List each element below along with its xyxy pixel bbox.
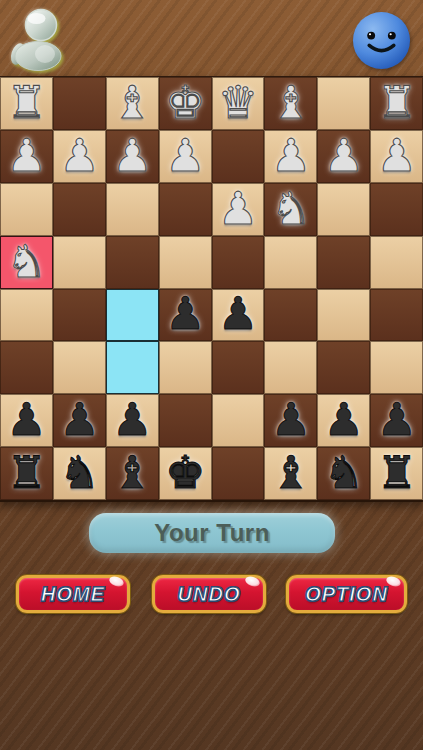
square-e2[interactable]: ♟ [159, 130, 212, 183]
black-bishop: ♝ [271, 450, 311, 495]
square-h5[interactable] [0, 289, 53, 342]
square-h2[interactable]: ♟ [0, 130, 53, 183]
square-d4[interactable] [212, 236, 265, 289]
status-banner: Your Turn [89, 513, 335, 553]
square-g2[interactable]: ♟ [53, 130, 106, 183]
square-c8[interactable]: ♝ [264, 447, 317, 500]
square-h8[interactable]: ♜ [0, 447, 53, 500]
square-d7[interactable] [212, 394, 265, 447]
square-g7[interactable]: ♟ [53, 394, 106, 447]
square-d3[interactable]: ♟ [212, 183, 265, 236]
square-h6[interactable] [0, 341, 53, 394]
square-h7[interactable]: ♟ [0, 394, 53, 447]
white-pawn: ♟ [271, 133, 311, 178]
square-f3[interactable] [106, 183, 159, 236]
white-pawn: ♟ [112, 133, 152, 178]
square-h4[interactable]: ♞ [0, 236, 53, 289]
square-f1[interactable]: ♝ [106, 77, 159, 130]
black-king: ♚ [165, 450, 205, 495]
square-d1[interactable]: ♛ [212, 77, 265, 130]
white-bishop: ♝ [271, 80, 311, 125]
black-pawn: ♟ [218, 291, 258, 336]
status-text: Your Turn [154, 519, 270, 547]
square-d8[interactable] [212, 447, 265, 500]
square-b8[interactable]: ♞ [317, 447, 370, 500]
square-f5[interactable] [106, 289, 159, 342]
square-e3[interactable] [159, 183, 212, 236]
white-knight: ♞ [6, 239, 46, 284]
undo-button-label: UNDO [178, 583, 241, 606]
square-g1[interactable] [53, 77, 106, 130]
square-c2[interactable]: ♟ [264, 130, 317, 183]
square-a3[interactable] [370, 183, 423, 236]
square-b6[interactable] [317, 341, 370, 394]
square-b1[interactable] [317, 77, 370, 130]
square-f6[interactable] [106, 341, 159, 394]
square-b3[interactable] [317, 183, 370, 236]
square-c4[interactable] [264, 236, 317, 289]
button-gloss [108, 575, 125, 589]
smiley-avatar-icon[interactable] [352, 11, 411, 70]
square-d6[interactable] [212, 341, 265, 394]
square-g6[interactable] [53, 341, 106, 394]
square-h3[interactable] [0, 183, 53, 236]
black-pawn: ♟ [6, 397, 46, 442]
square-f2[interactable]: ♟ [106, 130, 159, 183]
square-a2[interactable]: ♟ [370, 130, 423, 183]
square-c5[interactable] [264, 289, 317, 342]
button-gloss [244, 575, 261, 589]
black-knight: ♞ [324, 450, 364, 495]
undo-button[interactable]: UNDO [152, 575, 266, 613]
white-bishop: ♝ [112, 80, 152, 125]
square-a5[interactable] [370, 289, 423, 342]
option-button[interactable]: OPTION [286, 575, 407, 613]
black-pawn: ♟ [271, 397, 311, 442]
app-screen: ♜♝♚♛♝♜♟♟♟♟♟♟♟♟♞♞♟♟♟♟♟♟♟♟♜♞♝♚♝♞♜ Your Tur… [0, 0, 423, 750]
white-pawn: ♟ [324, 133, 364, 178]
square-a1[interactable]: ♜ [370, 77, 423, 130]
option-button-label: OPTION [305, 583, 388, 606]
home-button-label: HOME [41, 583, 105, 606]
square-c7[interactable]: ♟ [264, 394, 317, 447]
black-rook: ♜ [6, 450, 46, 495]
black-knight: ♞ [59, 450, 99, 495]
square-e5[interactable]: ♟ [159, 289, 212, 342]
square-f7[interactable]: ♟ [106, 394, 159, 447]
square-h1[interactable]: ♜ [0, 77, 53, 130]
person-avatar-icon[interactable] [8, 4, 64, 72]
white-pawn: ♟ [6, 133, 46, 178]
square-a6[interactable] [370, 341, 423, 394]
top-bar [0, 0, 423, 76]
square-g8[interactable]: ♞ [53, 447, 106, 500]
black-bishop: ♝ [112, 450, 152, 495]
white-rook: ♜ [6, 80, 46, 125]
black-pawn: ♟ [324, 397, 364, 442]
white-pawn: ♟ [165, 133, 205, 178]
white-queen: ♛ [218, 80, 258, 125]
white-pawn: ♟ [218, 186, 258, 231]
white-pawn: ♟ [59, 133, 99, 178]
square-a7[interactable]: ♟ [370, 394, 423, 447]
square-b7[interactable]: ♟ [317, 394, 370, 447]
square-e8[interactable]: ♚ [159, 447, 212, 500]
white-knight: ♞ [271, 186, 311, 231]
square-c3[interactable]: ♞ [264, 183, 317, 236]
white-rook: ♜ [376, 80, 416, 125]
square-f4[interactable] [106, 236, 159, 289]
square-g5[interactable] [53, 289, 106, 342]
square-a8[interactable]: ♜ [370, 447, 423, 500]
square-b2[interactable]: ♟ [317, 130, 370, 183]
square-g4[interactable] [53, 236, 106, 289]
square-e4[interactable] [159, 236, 212, 289]
square-c1[interactable]: ♝ [264, 77, 317, 130]
black-rook: ♜ [376, 450, 416, 495]
square-b5[interactable] [317, 289, 370, 342]
black-pawn: ♟ [376, 397, 416, 442]
square-b4[interactable] [317, 236, 370, 289]
square-e6[interactable] [159, 341, 212, 394]
black-pawn: ♟ [59, 397, 99, 442]
black-pawn: ♟ [165, 291, 205, 336]
square-e7[interactable] [159, 394, 212, 447]
square-c6[interactable] [264, 341, 317, 394]
home-button[interactable]: HOME [16, 575, 130, 613]
square-d5[interactable]: ♟ [212, 289, 265, 342]
white-pawn: ♟ [376, 133, 416, 178]
square-g3[interactable] [53, 183, 106, 236]
white-king: ♚ [165, 80, 205, 125]
square-e1[interactable]: ♚ [159, 77, 212, 130]
chess-board: ♜♝♚♛♝♜♟♟♟♟♟♟♟♟♞♞♟♟♟♟♟♟♟♟♜♞♝♚♝♞♜ [0, 76, 423, 502]
black-pawn: ♟ [112, 397, 152, 442]
square-d2[interactable] [212, 130, 265, 183]
square-f8[interactable]: ♝ [106, 447, 159, 500]
square-a4[interactable] [370, 236, 423, 289]
